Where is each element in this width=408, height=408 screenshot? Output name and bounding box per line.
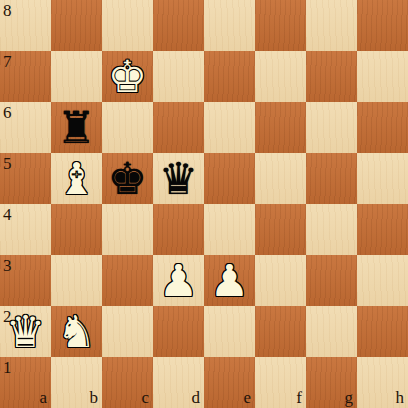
square-a7[interactable]: 7 bbox=[0, 51, 51, 102]
square-g7[interactable] bbox=[306, 51, 357, 102]
square-b2[interactable]: ♞ bbox=[51, 306, 102, 357]
square-b4[interactable] bbox=[51, 204, 102, 255]
black-queen-d5[interactable]: ♛ bbox=[153, 153, 204, 204]
rank-label-6: 6 bbox=[3, 104, 12, 121]
square-c1[interactable]: c bbox=[102, 357, 153, 408]
square-f1[interactable]: f bbox=[255, 357, 306, 408]
white-bishop-b5[interactable]: ♝ bbox=[51, 153, 102, 204]
chess-board: 87♚6♜5♝♚♛43♟♟♛2♞1abcdefgh bbox=[0, 0, 408, 408]
rank-label-1: 1 bbox=[3, 359, 12, 376]
square-c7[interactable]: ♚ bbox=[102, 51, 153, 102]
white-king-c7[interactable]: ♚ bbox=[102, 51, 153, 102]
rank-label-4: 4 bbox=[3, 206, 12, 223]
square-h1[interactable]: h bbox=[357, 357, 408, 408]
square-d8[interactable] bbox=[153, 0, 204, 51]
file-label-e: e bbox=[243, 389, 251, 406]
square-g8[interactable] bbox=[306, 0, 357, 51]
square-e2[interactable] bbox=[204, 306, 255, 357]
square-b7[interactable] bbox=[51, 51, 102, 102]
file-label-g: g bbox=[345, 389, 354, 406]
white-pawn-e3[interactable]: ♟ bbox=[204, 255, 255, 306]
square-e5[interactable] bbox=[204, 153, 255, 204]
square-c6[interactable] bbox=[102, 102, 153, 153]
square-g6[interactable] bbox=[306, 102, 357, 153]
square-g4[interactable] bbox=[306, 204, 357, 255]
white-pawn-d3[interactable]: ♟ bbox=[153, 255, 204, 306]
rank-label-7: 7 bbox=[3, 53, 12, 70]
square-b1[interactable]: b bbox=[51, 357, 102, 408]
square-f5[interactable] bbox=[255, 153, 306, 204]
rank-label-3: 3 bbox=[3, 257, 12, 274]
square-d1[interactable]: d bbox=[153, 357, 204, 408]
square-a2[interactable]: ♛2 bbox=[0, 306, 51, 357]
file-label-a: a bbox=[39, 389, 47, 406]
square-f8[interactable] bbox=[255, 0, 306, 51]
rank-label-8: 8 bbox=[3, 2, 12, 19]
square-a4[interactable]: 4 bbox=[0, 204, 51, 255]
square-f3[interactable] bbox=[255, 255, 306, 306]
square-a1[interactable]: 1a bbox=[0, 357, 51, 408]
file-label-b: b bbox=[90, 389, 99, 406]
square-f6[interactable] bbox=[255, 102, 306, 153]
black-rook-b6[interactable]: ♜ bbox=[51, 102, 102, 153]
square-a6[interactable]: 6 bbox=[0, 102, 51, 153]
square-h6[interactable] bbox=[357, 102, 408, 153]
file-label-f: f bbox=[296, 389, 302, 406]
file-label-c: c bbox=[141, 389, 149, 406]
square-h8[interactable] bbox=[357, 0, 408, 51]
square-c4[interactable] bbox=[102, 204, 153, 255]
square-h5[interactable] bbox=[357, 153, 408, 204]
square-g1[interactable]: g bbox=[306, 357, 357, 408]
file-label-h: h bbox=[396, 389, 405, 406]
black-king-c5[interactable]: ♚ bbox=[102, 153, 153, 204]
square-g3[interactable] bbox=[306, 255, 357, 306]
square-c5[interactable]: ♚ bbox=[102, 153, 153, 204]
square-h2[interactable] bbox=[357, 306, 408, 357]
square-a5[interactable]: 5 bbox=[0, 153, 51, 204]
square-e8[interactable] bbox=[204, 0, 255, 51]
square-d3[interactable]: ♟ bbox=[153, 255, 204, 306]
square-c2[interactable] bbox=[102, 306, 153, 357]
file-label-d: d bbox=[192, 389, 201, 406]
rank-label-2: 2 bbox=[3, 308, 12, 325]
square-d5[interactable]: ♛ bbox=[153, 153, 204, 204]
square-f2[interactable] bbox=[255, 306, 306, 357]
square-b3[interactable] bbox=[51, 255, 102, 306]
square-h4[interactable] bbox=[357, 204, 408, 255]
square-e4[interactable] bbox=[204, 204, 255, 255]
square-b5[interactable]: ♝ bbox=[51, 153, 102, 204]
square-f4[interactable] bbox=[255, 204, 306, 255]
square-a3[interactable]: 3 bbox=[0, 255, 51, 306]
square-g2[interactable] bbox=[306, 306, 357, 357]
white-knight-b2[interactable]: ♞ bbox=[51, 306, 102, 357]
rank-label-5: 5 bbox=[3, 155, 12, 172]
square-b8[interactable] bbox=[51, 0, 102, 51]
square-d4[interactable] bbox=[153, 204, 204, 255]
square-e1[interactable]: e bbox=[204, 357, 255, 408]
square-c3[interactable] bbox=[102, 255, 153, 306]
square-d6[interactable] bbox=[153, 102, 204, 153]
square-e3[interactable]: ♟ bbox=[204, 255, 255, 306]
square-b6[interactable]: ♜ bbox=[51, 102, 102, 153]
square-f7[interactable] bbox=[255, 51, 306, 102]
square-c8[interactable] bbox=[102, 0, 153, 51]
square-e7[interactable] bbox=[204, 51, 255, 102]
square-e6[interactable] bbox=[204, 102, 255, 153]
square-g5[interactable] bbox=[306, 153, 357, 204]
square-d7[interactable] bbox=[153, 51, 204, 102]
square-h7[interactable] bbox=[357, 51, 408, 102]
square-a8[interactable]: 8 bbox=[0, 0, 51, 51]
square-d2[interactable] bbox=[153, 306, 204, 357]
square-h3[interactable] bbox=[357, 255, 408, 306]
